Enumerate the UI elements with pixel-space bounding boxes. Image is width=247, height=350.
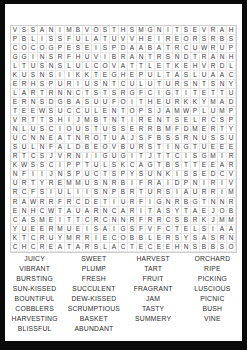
grid-cell: L — [101, 243, 110, 252]
grid-cell: L — [83, 35, 92, 44]
grid-cell: C — [11, 216, 20, 225]
word-list-item: VIBRANT — [5, 264, 64, 274]
grid-cell: H — [173, 243, 182, 252]
grid-cell: T — [137, 98, 146, 107]
grid-cell: U — [74, 125, 83, 134]
grid-cell: N — [173, 144, 182, 153]
grid-cell: R — [128, 216, 137, 225]
grid-cell: H — [146, 98, 155, 107]
grid-cell: I — [83, 189, 92, 198]
grid-cell: R — [155, 216, 164, 225]
grid-cell: T — [101, 89, 110, 98]
grid-cell: S — [101, 26, 110, 35]
grid-cell: S — [38, 62, 47, 71]
grid-cell: C — [101, 216, 110, 225]
grid-cell: N — [155, 171, 164, 180]
grid-cell: E — [11, 98, 20, 107]
grid-cell: R — [119, 89, 128, 98]
grid-cell: L — [29, 35, 38, 44]
grid-cell: S — [92, 89, 101, 98]
grid-cell: R — [56, 53, 65, 62]
grid-cell: G — [164, 89, 173, 98]
grid-cell: G — [47, 44, 56, 53]
grid-cell: M — [209, 98, 218, 107]
grid-cell: H — [119, 71, 128, 80]
grid-cell: R — [38, 198, 47, 207]
grid-cell: I — [74, 189, 83, 198]
grid-cell: S — [182, 171, 191, 180]
grid-cell: N — [137, 53, 146, 62]
grid-cell: C — [29, 44, 38, 53]
grid-cell: P — [182, 180, 191, 189]
grid-cell: L — [191, 71, 200, 80]
word-list-column: SWEETPLUMPFRESHSUCCULENTDEW-KISSEDSCRUMP… — [64, 254, 123, 334]
grid-cell: S — [38, 80, 47, 89]
word-list-item: VINE — [183, 314, 242, 324]
grid-cell: S — [92, 189, 101, 198]
grid-cell: E — [128, 125, 137, 134]
grid-cell: N — [38, 144, 47, 153]
grid-cell: I — [83, 225, 92, 234]
grid-cell: S — [182, 80, 191, 89]
grid-cell: T — [218, 89, 227, 98]
grid-cell: C — [92, 171, 101, 180]
grid-cell: B — [209, 243, 218, 252]
grid-cell: U — [200, 134, 209, 143]
grid-cell: I — [182, 153, 191, 162]
grid-cell: R — [65, 153, 74, 162]
grid-cell: E — [101, 234, 110, 243]
grid-cell: V — [227, 180, 236, 189]
grid-cell: R — [110, 180, 119, 189]
grid-cell: S — [110, 162, 119, 171]
grid-cell: B — [227, 207, 236, 216]
grid-cell: S — [218, 134, 227, 143]
grid-cell: R — [218, 234, 227, 243]
puzzle-page: VSSANIMBVOSTHSMGNITSEVRAHPBLISSFULATUVVH… — [5, 4, 242, 341]
grid-cell: F — [65, 53, 74, 62]
grid-cell: N — [218, 198, 227, 207]
grid-cell: F — [29, 189, 38, 198]
grid-cell: F — [65, 35, 74, 44]
grid-cell: U — [110, 35, 119, 44]
grid-cell: E — [29, 107, 38, 116]
grid-cell: E — [200, 207, 209, 216]
grid-cell: S — [164, 134, 173, 143]
grid-cell: W — [47, 207, 56, 216]
grid-cell: I — [56, 162, 65, 171]
grid-cell: K — [119, 162, 128, 171]
grid-cell: P — [74, 171, 83, 180]
grid-cell: R — [146, 180, 155, 189]
grid-cell: U — [83, 180, 92, 189]
grid-cell: R — [182, 134, 191, 143]
grid-cell: A — [155, 207, 164, 216]
grid-cell: C — [74, 198, 83, 207]
word-list-item: JUICY — [5, 254, 64, 264]
grid-cell: N — [227, 234, 236, 243]
grid-cell: T — [65, 134, 74, 143]
grid-cell: C — [146, 243, 155, 252]
grid-cell: U — [200, 71, 209, 80]
grid-cell: N — [11, 125, 20, 134]
grid-cell: R — [155, 189, 164, 198]
grid-cell: N — [191, 80, 200, 89]
grid-cell: M — [173, 107, 182, 116]
grid-cell: S — [83, 125, 92, 134]
grid-cell: Y — [182, 234, 191, 243]
grid-cell: T — [164, 153, 173, 162]
grid-cell: R — [137, 116, 146, 125]
grid-cell: E — [200, 125, 209, 134]
grid-cell: T — [164, 44, 173, 53]
grid-cell: C — [119, 243, 128, 252]
grid-cell: D — [173, 180, 182, 189]
grid-cell: A — [182, 189, 191, 198]
grid-cell: L — [65, 62, 74, 71]
grid-cell: C — [29, 153, 38, 162]
grid-cell: U — [20, 71, 29, 80]
word-list-item: SCRUMPTIOUS — [64, 304, 123, 314]
grid-cell: C — [74, 89, 83, 98]
grid-cell: Y — [38, 180, 47, 189]
grid-cell: T — [137, 189, 146, 198]
grid-cell: M — [164, 125, 173, 134]
word-list-item: SUCCULENT — [64, 284, 123, 294]
grid-cell: F — [155, 225, 164, 234]
grid-cell: G — [155, 198, 164, 207]
grid-cell: R — [209, 26, 218, 35]
grid-cell: R — [137, 144, 146, 153]
grid-cell: T — [191, 89, 200, 98]
grid-cell: I — [209, 225, 218, 234]
grid-cell: F — [137, 198, 146, 207]
grid-cell: U — [74, 62, 83, 71]
grid-cell: A — [119, 62, 128, 71]
grid-cell: U — [200, 144, 209, 153]
grid-cell: E — [11, 80, 20, 89]
grid-cell: U — [101, 98, 110, 107]
word-list-item: RIPE — [183, 264, 242, 274]
grid-cell: E — [155, 243, 164, 252]
grid-cell: O — [92, 26, 101, 35]
grid-cell: S — [146, 144, 155, 153]
grid-cell: S — [209, 134, 218, 143]
grid-cell: S — [47, 116, 56, 125]
grid-cell: A — [38, 26, 47, 35]
grid-cell: U — [110, 134, 119, 143]
grid-cell: A — [128, 53, 137, 62]
grid-cell: S — [29, 26, 38, 35]
grid-cell: U — [227, 134, 236, 143]
grid-cell: T — [137, 62, 146, 71]
grid-cell: S — [146, 107, 155, 116]
grid-cell: O — [38, 44, 47, 53]
grid-cell: E — [65, 44, 74, 53]
grid-cell: T — [20, 153, 29, 162]
grid-cell: M — [209, 153, 218, 162]
grid-cell: R — [173, 80, 182, 89]
word-list-item: FRUIT — [124, 274, 183, 284]
grid-cell: N — [101, 180, 110, 189]
grid-cell: T — [146, 53, 155, 62]
grid-cell: I — [74, 80, 83, 89]
grid-cell: T — [164, 62, 173, 71]
grid-cell: V — [200, 62, 209, 71]
grid-cell: U — [20, 225, 29, 234]
grid-cell: C — [218, 171, 227, 180]
grid-cell: T — [173, 26, 182, 35]
grid-cell: S — [218, 243, 227, 252]
grid-cell: P — [227, 44, 236, 53]
grid-cell: T — [182, 162, 191, 171]
grid-cell: V — [119, 35, 128, 44]
grid-cell: C — [110, 234, 119, 243]
grid-cell: A — [218, 225, 227, 234]
grid-cell: S — [110, 89, 119, 98]
grid-cell: L — [200, 107, 209, 116]
grid-cell: M — [191, 125, 200, 134]
grid-cell: U — [47, 234, 56, 243]
grid-cell: R — [164, 35, 173, 44]
grid-cell: L — [191, 225, 200, 234]
grid-cell: I — [137, 207, 146, 216]
grid-cell: C — [29, 234, 38, 243]
grid-cell: U — [83, 107, 92, 116]
grid-cell: N — [29, 98, 38, 107]
grid-cell: T — [83, 162, 92, 171]
grid-cell: U — [56, 80, 65, 89]
grid-cell: U — [83, 80, 92, 89]
grid-cell: T — [155, 162, 164, 171]
grid-cell: T — [38, 116, 47, 125]
grid-cell: A — [209, 71, 218, 80]
grid-cell: N — [191, 180, 200, 189]
grid-cell: B — [92, 116, 101, 125]
grid-cell: S — [137, 171, 146, 180]
grid-cell: S — [182, 71, 191, 80]
grid-cell: A — [128, 44, 137, 53]
grid-cell: I — [128, 98, 137, 107]
word-list-column: ORCHARDRIPEPICKINGLUSCIOUSPICNICBUSHVINE — [183, 254, 242, 334]
grid-cell: U — [101, 125, 110, 134]
grid-cell: S — [101, 44, 110, 53]
grid-cell: A — [83, 207, 92, 216]
grid-cell: E — [47, 134, 56, 143]
grid-cell: R — [209, 35, 218, 44]
grid-cell: C — [38, 207, 47, 216]
grid-cell: T — [182, 207, 191, 216]
grid-cell: M — [65, 234, 74, 243]
grid-cell: E — [155, 62, 164, 71]
grid-cell: T — [173, 225, 182, 234]
grid-cell: A — [92, 35, 101, 44]
grid-cell: S — [47, 53, 56, 62]
grid-cell: R — [20, 98, 29, 107]
grid-cell: R — [128, 207, 137, 216]
grid-cell: M — [218, 216, 227, 225]
grid-cell: W — [200, 44, 209, 53]
grid-cell: L — [20, 125, 29, 134]
grid-cell: G — [101, 153, 110, 162]
grid-cell: U — [74, 35, 83, 44]
grid-cell: P — [191, 107, 200, 116]
grid-cell: L — [83, 62, 92, 71]
grid-cell: U — [119, 198, 128, 207]
grid-cell: P — [56, 44, 65, 53]
grid-cell: N — [101, 207, 110, 216]
grid-cell: L — [65, 144, 74, 153]
grid-cell: U — [146, 80, 155, 89]
grid-cell: I — [92, 153, 101, 162]
grid-cell: N — [155, 26, 164, 35]
grid-cell: R — [137, 125, 146, 134]
grid-cell: S — [173, 162, 182, 171]
grid-cell: I — [110, 198, 119, 207]
grid-cell: U — [74, 207, 83, 216]
grid-cell: E — [137, 243, 146, 252]
grid-cell: P — [74, 162, 83, 171]
grid-cell: S — [47, 71, 56, 80]
grid-cell: R — [20, 180, 29, 189]
grid-cell: H — [191, 62, 200, 71]
grid-cell: Y — [173, 207, 182, 216]
grid-cell: N — [182, 243, 191, 252]
grid-cell: T — [173, 89, 182, 98]
grid-cell: Y — [128, 171, 137, 180]
grid-cell: K — [74, 71, 83, 80]
grid-cell: S — [128, 225, 137, 234]
grid-cell: E — [92, 198, 101, 207]
grid-cell: Y — [11, 225, 20, 234]
grid-cell: J — [74, 116, 83, 125]
word-list-item: HARVESTING — [5, 314, 64, 324]
grid-cell: K — [11, 162, 20, 171]
grid-cell: V — [110, 62, 119, 71]
grid-cell: O — [92, 134, 101, 143]
grid-cell: A — [200, 234, 209, 243]
grid-cell: E — [209, 144, 218, 153]
grid-cell: K — [173, 62, 182, 71]
grid-cell: V — [11, 26, 20, 35]
grid-cell: J — [155, 107, 164, 116]
grid-cell: A — [173, 71, 182, 80]
grid-cell: C — [227, 71, 236, 80]
grid-cell: A — [209, 53, 218, 62]
grid-cell: O — [128, 107, 137, 116]
grid-cell: N — [56, 89, 65, 98]
grid-cell: A — [218, 26, 227, 35]
grid-cell: R — [47, 180, 56, 189]
grid-cell: S — [38, 98, 47, 107]
word-list-item: DEW-KISSED — [64, 294, 123, 304]
grid-cell: S — [110, 125, 119, 134]
grid-cell: H — [227, 26, 236, 35]
grid-cell: E — [155, 234, 164, 243]
grid-cell: V — [92, 53, 101, 62]
grid-cell: B — [164, 162, 173, 171]
grid-cell: S — [56, 35, 65, 44]
grid-cell: B — [20, 35, 29, 44]
grid-cell: T — [128, 62, 137, 71]
grid-cell: H — [137, 35, 146, 44]
grid-cell: P — [110, 44, 119, 53]
grid-cell: U — [218, 44, 227, 53]
grid-cell: O — [20, 44, 29, 53]
word-list-item: HARVEST — [124, 254, 183, 264]
grid-cell: R — [200, 116, 209, 125]
grid-cell: S — [92, 243, 101, 252]
grid-cell: S — [29, 216, 38, 225]
grid-cell: S — [74, 44, 83, 53]
grid-cell: F — [56, 198, 65, 207]
grid-cell: U — [128, 80, 137, 89]
grid-cell: B — [65, 98, 74, 107]
grid-cell: S — [200, 35, 209, 44]
grid-cell: M — [137, 26, 146, 35]
grid-cell: T — [110, 26, 119, 35]
grid-cell: C — [182, 44, 191, 53]
grid-cell: T — [20, 234, 29, 243]
grid-cell: U — [29, 62, 38, 71]
grid-cell: T — [20, 62, 29, 71]
grid-cell: N — [56, 171, 65, 180]
grid-cell: E — [11, 207, 20, 216]
grid-cell: P — [11, 35, 20, 44]
grid-cell: S — [191, 234, 200, 243]
grid-cell: A — [65, 207, 74, 216]
grid-cell: M — [38, 216, 47, 225]
grid-cell: N — [38, 71, 47, 80]
grid-cell: D — [209, 171, 218, 180]
grid-cell: C — [83, 216, 92, 225]
grid-cell: M — [83, 116, 92, 125]
grid-cell: K — [182, 98, 191, 107]
grid-cell: I — [101, 53, 110, 62]
grid-cell: W — [38, 107, 47, 116]
grid-cell: A — [110, 243, 119, 252]
grid-cell: U — [65, 225, 74, 234]
grid-cell: S — [191, 153, 200, 162]
grid-cell: H — [119, 26, 128, 35]
grid-cell: I — [29, 171, 38, 180]
grid-cell: U — [56, 189, 65, 198]
grid-cell: V — [110, 144, 119, 153]
grid-cell: T — [74, 216, 83, 225]
grid-cell: R — [209, 180, 218, 189]
grid-cell: U — [146, 71, 155, 80]
grid-cell: E — [155, 98, 164, 107]
grid-cell: A — [218, 71, 227, 80]
grid-cell: F — [137, 89, 146, 98]
grid-cell: C — [173, 153, 182, 162]
grid-cell: L — [92, 107, 101, 116]
grid-cell: B — [119, 144, 128, 153]
grid-cell: A — [56, 144, 65, 153]
grid-cell: T — [92, 125, 101, 134]
grid-cell: C — [164, 225, 173, 234]
grid-cell: T — [92, 71, 101, 80]
grid-cell: R — [92, 207, 101, 216]
grid-cell: L — [146, 234, 155, 243]
word-list-column: HARVESTTARTFRUITFRAGRANTJAMTASTYSUMMERY — [124, 254, 183, 334]
grid-cell: C — [209, 116, 218, 125]
word-list-item: COBBLERS — [5, 304, 64, 314]
word-list: JUICYVIBRANTBURSTINGSUN-KISSEDBOUNTIFULC… — [5, 254, 242, 334]
grid-cell: V — [83, 26, 92, 35]
grid-cell: T — [209, 89, 218, 98]
grid-cell: L — [101, 162, 110, 171]
